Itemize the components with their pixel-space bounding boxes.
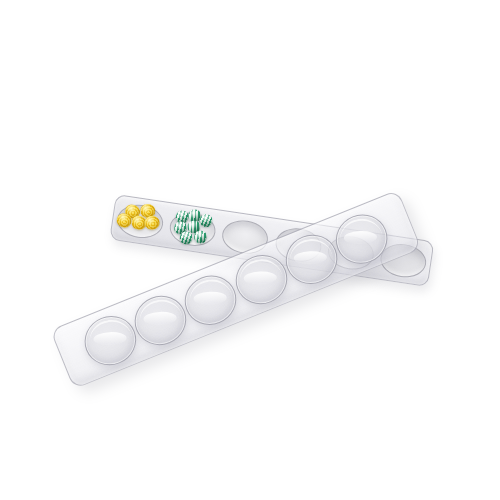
seed-yellow bbox=[144, 215, 160, 230]
back-tray-cell-1 bbox=[110, 195, 169, 246]
back-tray-pit-2 bbox=[168, 209, 218, 248]
product-photo-scene bbox=[0, 0, 500, 500]
back-tray-cell-2 bbox=[163, 203, 222, 254]
back-tray-pit-1 bbox=[115, 201, 165, 240]
seed-green bbox=[194, 230, 208, 244]
